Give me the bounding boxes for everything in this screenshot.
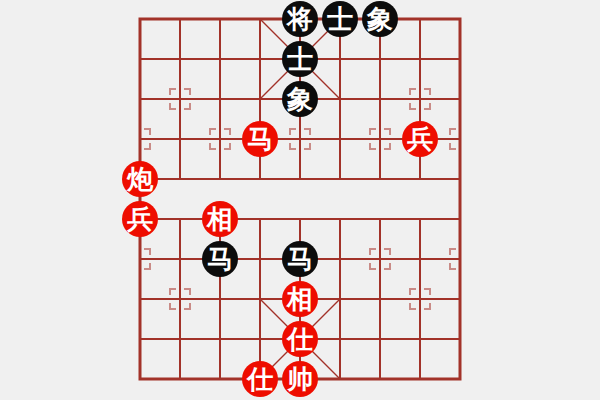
piece-black-elephant[interactable]: 象 — [282, 81, 318, 117]
piece-black-advisor[interactable]: 士 — [282, 41, 318, 77]
piece-red-cannon[interactable]: 炮 — [122, 161, 158, 197]
xiangqi-app: 将士象士象马兵炮兵相马马相仕仕帅 — [0, 0, 600, 400]
piece-red-soldier[interactable]: 兵 — [122, 201, 158, 237]
piece-red-elephant[interactable]: 相 — [282, 281, 318, 317]
piece-black-horse[interactable]: 马 — [282, 241, 318, 277]
pieces-layer: 将士象士象马兵炮兵相马马相仕仕帅 — [120, 0, 480, 399]
piece-red-advisor[interactable]: 仕 — [282, 321, 318, 357]
piece-red-soldier[interactable]: 兵 — [402, 121, 438, 157]
piece-black-general[interactable]: 将 — [282, 1, 318, 37]
piece-black-horse[interactable]: 马 — [202, 241, 238, 277]
piece-red-advisor[interactable]: 仕 — [242, 361, 278, 397]
piece-black-elephant[interactable]: 象 — [362, 1, 398, 37]
piece-red-elephant[interactable]: 相 — [202, 201, 238, 237]
piece-black-advisor[interactable]: 士 — [322, 1, 358, 37]
piece-red-general[interactable]: 帅 — [282, 361, 318, 397]
piece-red-horse[interactable]: 马 — [242, 121, 278, 157]
